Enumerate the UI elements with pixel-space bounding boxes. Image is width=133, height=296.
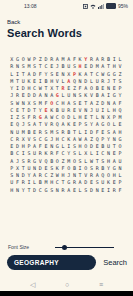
grid-cell[interactable]: U [117, 158, 123, 165]
grid-cell[interactable]: Y [117, 92, 123, 99]
grid-cell[interactable]: H [117, 129, 123, 136]
grid-cell[interactable]: P [117, 179, 123, 186]
grid-cell[interactable]: S [117, 78, 123, 85]
screen-bottom-edge [0, 291, 133, 296]
grid-cell[interactable]: P [117, 150, 123, 157]
grid-cell[interactable]: E [117, 121, 123, 128]
android-nav-bar: ◁ ○ ≡ [0, 277, 133, 291]
grid-cell[interactable]: L [117, 172, 123, 179]
battery-percent: 95% [118, 3, 128, 9]
nav-home-icon[interactable]: ○ [65, 281, 69, 288]
grid-cell[interactable]: N [117, 165, 123, 172]
grid-cell[interactable]: Z [117, 71, 123, 78]
grid-cell[interactable]: Q [117, 107, 123, 114]
font-size-slider-knob[interactable] [62, 245, 67, 250]
grid-cell[interactable]: F [117, 187, 123, 194]
font-size-row: Font Size [8, 243, 125, 253]
grid-cell[interactable]: M [117, 114, 123, 121]
grid-cell[interactable]: P [117, 85, 123, 92]
signal-icon [98, 4, 104, 9]
grid-cell[interactable]: F [117, 100, 123, 107]
grid-cell[interactable]: L [117, 56, 123, 63]
grid-cell[interactable]: G [117, 136, 123, 143]
font-size-label: Font Size [8, 244, 29, 250]
grid-cell[interactable]: O [117, 143, 123, 150]
status-bar: 13:08 95% [0, 0, 133, 12]
search-word-input[interactable]: GEOGRAPHY [7, 255, 96, 270]
status-icons: 95% [83, 3, 128, 9]
page-title: Search Words [7, 27, 82, 39]
clock: 13:08 [24, 3, 37, 9]
wifi-icon [90, 4, 96, 9]
word-search-grid[interactable]: XGOWPZDRAMAFKYRARBILRNSMSTCEJBUSHEDMATHV… [9, 56, 123, 194]
search-word-value: GEOGRAPHY [14, 259, 59, 266]
nav-back-icon[interactable]: ◁ [30, 281, 35, 288]
nav-recents-icon[interactable]: ≡ [99, 281, 103, 288]
battery-icon [106, 3, 116, 9]
screenshot-icon [83, 4, 88, 9]
back-button[interactable]: Back [7, 19, 20, 25]
grid-cell[interactable]: V [117, 63, 123, 70]
search-button[interactable]: Search [103, 258, 127, 267]
